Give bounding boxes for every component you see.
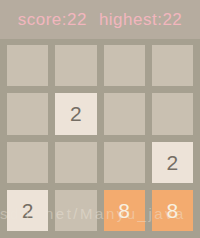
cell-r1c4 [152,45,193,86]
cell-r2c1 [7,93,48,134]
game-2048-window: score:22 highest:22 22288 csdn. net/Many… [0,0,200,238]
tile-2-r2c2: 2 [55,93,96,134]
cell-r3c2 [55,142,96,183]
cell-r3c3 [104,142,145,183]
tile-8-r4c3: 8 [104,190,145,231]
cell-r2c4 [152,93,193,134]
score-bar: score:22 highest:22 [0,0,200,39]
score-label: score:22 [18,10,87,30]
tile-8-r4c4: 8 [152,190,193,231]
cell-r1c2 [55,45,96,86]
tile-2-r3c4: 2 [152,142,193,183]
highest-score-label: highest:22 [99,10,182,30]
cell-r4c2 [55,190,96,231]
cell-r1c1 [7,45,48,86]
cell-r2c3 [104,93,145,134]
cell-r3c1 [7,142,48,183]
tile-2-r4c1: 2 [7,190,48,231]
cell-r1c3 [104,45,145,86]
board-grid[interactable]: 22288 [0,39,200,238]
